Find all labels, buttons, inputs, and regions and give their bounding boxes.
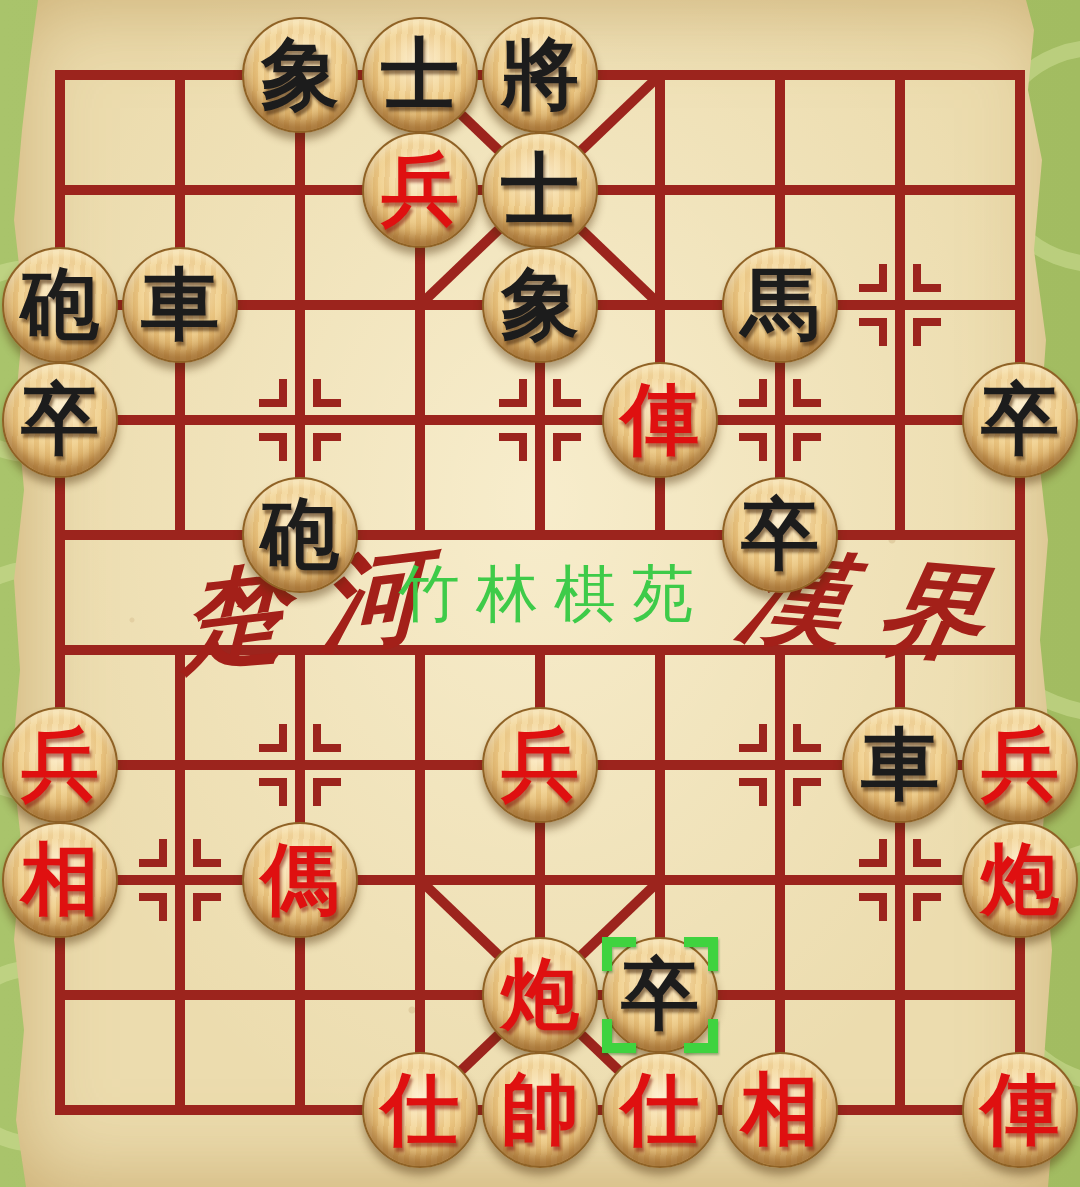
piece-red-pawn[interactable]: 兵	[362, 132, 478, 248]
xiangqi-board: 楚河 漢界 竹林棋苑 象士將兵士砲車象馬卒俥卒砲卒兵兵車兵相傌炮炮卒仕帥仕相俥	[0, 0, 1080, 1187]
star-point-marker	[193, 893, 221, 921]
star-point-marker	[793, 433, 821, 461]
piece-red-pawn[interactable]: 兵	[962, 707, 1078, 823]
star-point-marker	[859, 318, 887, 346]
star-point-marker	[139, 839, 167, 867]
star-point-marker	[739, 433, 767, 461]
selected-square-marker	[602, 1019, 636, 1053]
star-point-marker	[793, 724, 821, 752]
grid-line	[295, 70, 305, 540]
star-point-marker	[913, 318, 941, 346]
site-watermark: 竹林棋苑	[398, 552, 710, 636]
selected-square-marker	[684, 1019, 718, 1053]
piece-red-pawn[interactable]: 兵	[2, 707, 118, 823]
piece-black-pawn[interactable]: 卒	[2, 362, 118, 478]
piece-red-elephant[interactable]: 相	[2, 822, 118, 938]
grid-line	[175, 645, 185, 1115]
selected-square-marker	[684, 937, 718, 971]
star-point-marker	[913, 893, 941, 921]
star-point-marker	[859, 839, 887, 867]
star-point-marker	[193, 839, 221, 867]
star-point-marker	[313, 379, 341, 407]
star-point-marker	[739, 778, 767, 806]
star-point-marker	[859, 893, 887, 921]
piece-black-elephant[interactable]: 象	[242, 17, 358, 133]
star-point-marker	[259, 433, 287, 461]
selected-square-marker	[602, 937, 636, 971]
grid-line	[775, 645, 785, 1115]
star-point-marker	[139, 893, 167, 921]
piece-black-chariot[interactable]: 車	[122, 247, 238, 363]
star-point-marker	[259, 778, 287, 806]
star-point-marker	[913, 264, 941, 292]
star-point-marker	[313, 724, 341, 752]
piece-red-horse[interactable]: 傌	[242, 822, 358, 938]
piece-red-advisor[interactable]: 仕	[602, 1052, 718, 1168]
piece-black-cannon[interactable]: 砲	[2, 247, 118, 363]
star-point-marker	[913, 839, 941, 867]
grid-line	[55, 70, 65, 1115]
piece-red-chariot[interactable]: 俥	[962, 1052, 1078, 1168]
star-point-marker	[313, 778, 341, 806]
piece-black-cannon[interactable]: 砲	[242, 477, 358, 593]
piece-black-horse[interactable]: 馬	[722, 247, 838, 363]
piece-red-king[interactable]: 帥	[482, 1052, 598, 1168]
star-point-marker	[553, 433, 581, 461]
piece-black-advisor[interactable]: 士	[362, 17, 478, 133]
app-background: 楚河 漢界 竹林棋苑 象士將兵士砲車象馬卒俥卒砲卒兵兵車兵相傌炮炮卒仕帥仕相俥	[0, 0, 1080, 1187]
star-point-marker	[739, 724, 767, 752]
piece-red-pawn[interactable]: 兵	[482, 707, 598, 823]
piece-black-king[interactable]: 將	[482, 17, 598, 133]
piece-red-advisor[interactable]: 仕	[362, 1052, 478, 1168]
piece-black-chariot[interactable]: 車	[842, 707, 958, 823]
grid-line	[895, 70, 905, 540]
star-point-marker	[499, 433, 527, 461]
star-point-marker	[259, 724, 287, 752]
star-point-marker	[499, 379, 527, 407]
piece-black-pawn[interactable]: 卒	[962, 362, 1078, 478]
piece-red-cannon[interactable]: 炮	[962, 822, 1078, 938]
piece-black-pawn[interactable]: 卒	[722, 477, 838, 593]
piece-red-elephant[interactable]: 相	[722, 1052, 838, 1168]
grid-line	[415, 645, 425, 1115]
star-point-marker	[259, 379, 287, 407]
star-point-marker	[739, 379, 767, 407]
star-point-marker	[313, 433, 341, 461]
star-point-marker	[793, 778, 821, 806]
star-point-marker	[859, 264, 887, 292]
piece-red-cannon[interactable]: 炮	[482, 937, 598, 1053]
piece-black-advisor[interactable]: 士	[482, 132, 598, 248]
star-point-marker	[553, 379, 581, 407]
piece-red-chariot[interactable]: 俥	[602, 362, 718, 478]
piece-black-elephant[interactable]: 象	[482, 247, 598, 363]
star-point-marker	[793, 379, 821, 407]
